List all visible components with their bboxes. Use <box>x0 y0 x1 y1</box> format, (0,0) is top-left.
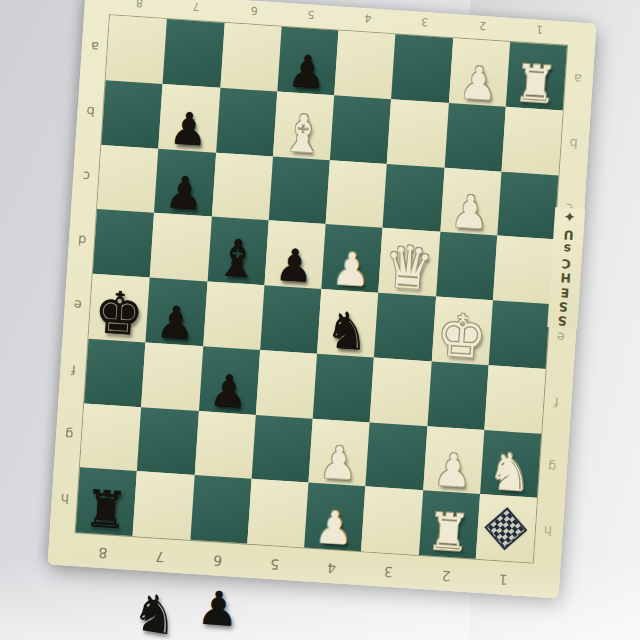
rank-label-top-4: 4 <box>339 10 397 27</box>
square-e2[interactable]: ♚ <box>431 297 492 365</box>
piece-white-rook-a1[interactable]: ♜ <box>513 59 559 110</box>
piece-white-bishop-b5[interactable]: ♝ <box>280 109 326 160</box>
square-d5[interactable]: ♟ <box>264 221 325 289</box>
rank-label-top-6: 6 <box>225 2 283 19</box>
square-f6[interactable]: ♟ <box>199 346 260 414</box>
table-surface: 87654321 87654321 abcdefgh abcdefgh ✦ Us… <box>0 0 640 640</box>
square-b4[interactable] <box>330 95 391 163</box>
piece-white-king-e2[interactable]: ♚ <box>435 307 488 366</box>
captured-black-knight[interactable]: ♞ <box>128 585 182 640</box>
file-label-right-b: b <box>558 110 588 176</box>
piece-white-pawn-g2[interactable]: ♟ <box>432 449 472 494</box>
rank-label-top-5: 5 <box>282 6 340 23</box>
rank-label-bottom-6: 6 <box>188 551 246 571</box>
square-g1[interactable]: ♞ <box>480 430 541 498</box>
square-h8[interactable]: ♜ <box>76 468 137 536</box>
square-d1[interactable] <box>493 236 554 304</box>
chess-board: 87654321 87654321 abcdefgh abcdefgh ✦ Us… <box>47 0 596 598</box>
piece-black-pawn-b7[interactable]: ♟ <box>168 107 208 152</box>
square-e5[interactable] <box>260 285 321 353</box>
square-d6[interactable]: ♝ <box>207 217 268 285</box>
square-f4[interactable] <box>313 354 374 422</box>
square-d4[interactable]: ♟ <box>321 224 382 292</box>
rank-label-top-7: 7 <box>168 0 226 15</box>
square-g8[interactable] <box>80 403 141 471</box>
uschess-logo: ✦ UsCHESS <box>547 207 585 328</box>
piece-white-rook-h2[interactable]: ♜ <box>425 508 471 559</box>
uschess-letter: H <box>560 270 571 285</box>
square-d2[interactable] <box>436 232 497 300</box>
rank-label-bottom-3: 3 <box>360 562 418 582</box>
square-c6[interactable] <box>211 152 272 220</box>
square-h4[interactable]: ♟ <box>304 483 365 551</box>
square-g5[interactable] <box>251 414 312 482</box>
piece-white-pawn-g4[interactable]: ♟ <box>318 441 358 486</box>
uschess-star-icon: ✦ <box>563 208 577 227</box>
square-e4[interactable]: ♞ <box>317 289 378 357</box>
square-b8[interactable] <box>101 80 162 148</box>
square-g2[interactable]: ♟ <box>423 426 484 494</box>
square-h2[interactable]: ♜ <box>418 490 479 558</box>
square-g7[interactable] <box>137 407 198 475</box>
square-a3[interactable] <box>391 34 452 102</box>
piece-black-rook-h8[interactable]: ♜ <box>83 485 129 536</box>
square-h3[interactable] <box>361 487 422 555</box>
square-b6[interactable] <box>216 88 277 156</box>
rank-label-top-3: 3 <box>396 13 454 30</box>
square-a8[interactable] <box>106 15 167 83</box>
uschess-letter: S <box>558 313 568 328</box>
piece-white-pawn-c2[interactable]: ♟ <box>450 191 490 236</box>
rank-label-top-1: 1 <box>510 21 568 38</box>
square-d7[interactable] <box>150 213 211 281</box>
square-b1[interactable] <box>501 107 562 175</box>
square-e6[interactable] <box>203 281 264 349</box>
piece-black-pawn-c7[interactable]: ♟ <box>164 172 204 217</box>
square-h1[interactable] <box>476 494 537 562</box>
piece-black-bishop-d6[interactable]: ♝ <box>214 234 260 285</box>
uschess-letter: U <box>563 227 574 242</box>
square-f3[interactable] <box>370 357 431 425</box>
piece-black-pawn-e7[interactable]: ♟ <box>155 301 195 346</box>
square-c3[interactable] <box>383 164 444 232</box>
file-label-right-h: h <box>533 498 563 564</box>
square-c2[interactable]: ♟ <box>440 167 501 235</box>
piece-black-king-e8[interactable]: ♚ <box>92 284 145 343</box>
piece-black-pawn-f6[interactable]: ♟ <box>208 369 248 414</box>
piece-white-knight-g1[interactable]: ♞ <box>487 447 533 498</box>
piece-black-pawn-d5[interactable]: ♟ <box>274 244 314 289</box>
square-a4[interactable] <box>334 31 395 99</box>
uschess-letter: C <box>562 256 572 271</box>
square-c5[interactable] <box>269 156 330 224</box>
square-b3[interactable] <box>387 99 448 167</box>
square-e7[interactable]: ♟ <box>146 278 207 346</box>
square-b7[interactable]: ♟ <box>159 84 220 152</box>
uschess-letter: S <box>559 299 569 314</box>
square-g4[interactable]: ♟ <box>308 418 369 486</box>
square-d8[interactable] <box>93 209 154 277</box>
square-f5[interactable] <box>256 350 317 418</box>
square-g3[interactable] <box>366 422 427 490</box>
square-f7[interactable] <box>141 342 202 410</box>
board-brand-knight-diamond-logo <box>485 507 528 550</box>
square-e8[interactable]: ♚ <box>89 274 150 342</box>
uschess-letter: E <box>560 284 569 299</box>
square-c1[interactable] <box>497 171 558 239</box>
square-f1[interactable] <box>484 365 545 433</box>
square-d3[interactable]: ♛ <box>378 228 439 296</box>
piece-white-pawn-h4[interactable]: ♟ <box>314 506 354 551</box>
rank-label-bottom-8: 8 <box>74 543 132 563</box>
rank-label-top-8: 8 <box>111 0 169 11</box>
file-label-right-g: g <box>537 433 567 499</box>
square-e3[interactable] <box>374 293 435 361</box>
square-c8[interactable] <box>97 145 158 213</box>
square-h5[interactable] <box>247 479 308 547</box>
piece-white-queen-d3[interactable]: ♛ <box>382 238 435 297</box>
piece-black-pawn-a5[interactable]: ♟ <box>287 50 327 95</box>
file-label-right-f: f <box>541 369 571 435</box>
rank-label-bottom-2: 2 <box>417 566 475 586</box>
square-g6[interactable] <box>194 411 255 479</box>
file-label-right-a: a <box>563 46 593 112</box>
board-grid: ♟♟♜♟♝♟♟♝♟♟♛♚♟♞♚♟♟♟♞♜♟♜ <box>76 15 567 562</box>
piece-white-pawn-d4[interactable]: ♟ <box>331 248 371 293</box>
captured-black-pawn[interactable]: ♟ <box>195 584 240 634</box>
square-a5[interactable]: ♟ <box>277 27 338 95</box>
rank-label-bottom-7: 7 <box>131 547 189 567</box>
rank-label-bottom-1: 1 <box>474 570 532 590</box>
uschess-wordmark: UsCHESS <box>557 227 574 328</box>
square-e1[interactable] <box>488 300 549 368</box>
rank-label-top-2: 2 <box>453 17 511 34</box>
square-a2[interactable]: ♟ <box>448 38 509 106</box>
uschess-letter: s <box>563 241 571 256</box>
square-a1[interactable]: ♜ <box>506 42 567 110</box>
square-h7[interactable] <box>133 471 194 539</box>
piece-white-pawn-a2[interactable]: ♟ <box>458 61 498 106</box>
square-a6[interactable] <box>220 23 281 91</box>
square-c7[interactable]: ♟ <box>154 148 215 216</box>
square-a7[interactable] <box>163 19 224 87</box>
square-h6[interactable] <box>190 475 251 543</box>
square-b2[interactable] <box>444 103 505 171</box>
square-c4[interactable] <box>326 160 387 228</box>
square-b5[interactable]: ♝ <box>273 91 334 159</box>
rank-label-bottom-4: 4 <box>302 558 360 578</box>
piece-black-knight-e4[interactable]: ♞ <box>324 306 370 357</box>
rank-label-bottom-5: 5 <box>245 555 303 575</box>
